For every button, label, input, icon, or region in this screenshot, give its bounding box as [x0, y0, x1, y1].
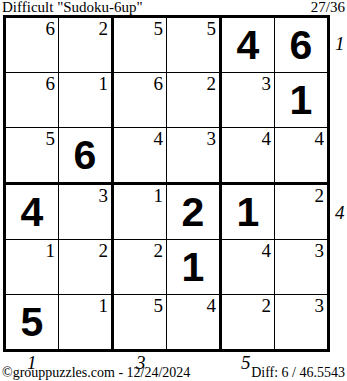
corner-clue: 3: [315, 241, 325, 260]
cell-r5c5[interactable]: 4: [222, 240, 275, 295]
corner-clue: 2: [154, 241, 164, 260]
big-digit: 1: [275, 73, 327, 127]
corner-clue: 5: [46, 129, 56, 148]
cell-r3c4[interactable]: 3: [167, 128, 222, 185]
corner-clue: 6: [46, 74, 56, 93]
big-digit: 5: [6, 295, 58, 349]
cell-r3c1[interactable]: 5: [6, 128, 59, 185]
cell-r6c5[interactable]: 2: [222, 295, 275, 349]
cell-r2c2[interactable]: 1: [59, 73, 114, 128]
cell-r6c2[interactable]: 1: [59, 295, 114, 349]
cell-r3c6[interactable]: 4: [275, 128, 327, 185]
row-label-1: 1: [335, 34, 345, 53]
corner-clue: 4: [262, 241, 272, 260]
page-title: Difficult "Sudoku-6up": [2, 0, 143, 16]
cell-r4c3[interactable]: 1: [114, 185, 167, 240]
cell-r3c2[interactable]: 6: [59, 128, 114, 185]
difficulty-rating: Diff: 6 / 46.5543: [251, 365, 345, 381]
cell-r1c4[interactable]: 5: [167, 18, 222, 73]
corner-clue: 6: [46, 19, 56, 38]
cell-r1c6[interactable]: 6: [275, 18, 327, 73]
cell-r6c3[interactable]: 5: [114, 295, 167, 349]
cell-r4c1[interactable]: 4: [6, 185, 59, 240]
corner-clue: 3: [315, 296, 325, 315]
cell-r1c2[interactable]: 2: [59, 18, 114, 73]
cell-r5c1[interactable]: 1: [6, 240, 59, 295]
big-digit: 4: [222, 18, 274, 72]
cell-r2c6[interactable]: 1: [275, 73, 327, 128]
cell-r4c2[interactable]: 3: [59, 185, 114, 240]
corner-clue: 2: [262, 296, 272, 315]
corner-clue: 5: [154, 19, 164, 38]
cells-remaining-counter: 27/36: [311, 0, 345, 16]
corner-clue: 4: [207, 296, 217, 315]
cell-r4c4[interactable]: 2: [167, 185, 222, 240]
cell-r4c5[interactable]: 1: [222, 185, 275, 240]
corner-clue: 2: [99, 19, 109, 38]
big-digit: 6: [59, 128, 111, 182]
cell-r1c1[interactable]: 6: [6, 18, 59, 73]
corner-clue: 1: [46, 241, 56, 260]
footer: ©grouppuzzles.com - 12/24/2024 Diff: 6 /…: [2, 365, 345, 381]
corner-clue: 4: [315, 129, 325, 148]
corner-clue: 2: [99, 241, 109, 260]
corner-clue: 5: [207, 19, 217, 38]
cell-r6c6[interactable]: 3: [275, 295, 327, 349]
cell-r2c5[interactable]: 3: [222, 73, 275, 128]
corner-clue: 1: [99, 296, 109, 315]
cell-r6c4[interactable]: 4: [167, 295, 222, 349]
corner-clue: 2: [315, 186, 325, 205]
corner-clue: 2: [207, 74, 217, 93]
cell-r1c5[interactable]: 4: [222, 18, 275, 73]
corner-clue: 4: [262, 129, 272, 148]
big-digit: 4: [6, 185, 58, 239]
cell-r5c4[interactable]: 1: [167, 240, 222, 295]
cell-r6c1[interactable]: 5: [6, 295, 59, 349]
big-digit: 1: [222, 185, 274, 239]
row-label-4: 4: [335, 203, 345, 222]
corner-clue: 3: [207, 129, 217, 148]
cell-r5c2[interactable]: 2: [59, 240, 114, 295]
big-digit: 6: [275, 18, 327, 72]
cell-r3c5[interactable]: 4: [222, 128, 275, 185]
copyright-date: ©grouppuzzles.com - 12/24/2024: [2, 365, 190, 381]
corner-clue: 1: [154, 186, 164, 205]
cell-r1c3[interactable]: 5: [114, 18, 167, 73]
corner-clue: 4: [154, 129, 164, 148]
cell-r5c6[interactable]: 3: [275, 240, 327, 295]
cell-r2c4[interactable]: 2: [167, 73, 222, 128]
corner-clue: 1: [99, 74, 109, 93]
corner-clue: 3: [99, 186, 109, 205]
corner-clue: 6: [154, 74, 164, 93]
cell-r2c1[interactable]: 6: [6, 73, 59, 128]
cell-r4c6[interactable]: 2: [275, 185, 327, 240]
cell-r5c3[interactable]: 2: [114, 240, 167, 295]
corner-clue: 3: [262, 74, 272, 93]
big-digit: 1: [167, 240, 219, 294]
corner-clue: 5: [154, 296, 164, 315]
cell-r2c3[interactable]: 6: [114, 73, 167, 128]
big-digit: 2: [167, 185, 219, 239]
cell-r3c3[interactable]: 4: [114, 128, 167, 185]
sudoku-board: 625546616231564344431212122143515423: [3, 15, 330, 352]
